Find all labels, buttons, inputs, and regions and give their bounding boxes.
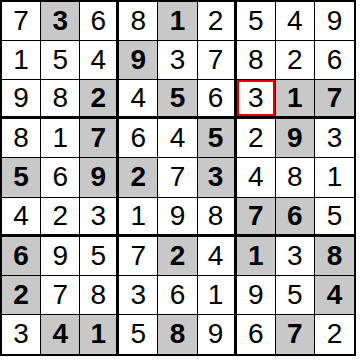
cell-r8c7[interactable]: 9 (237, 276, 276, 315)
cell-r1c9[interactable]: 9 (315, 2, 354, 41)
cell-r4c2[interactable]: 1 (41, 119, 80, 158)
cell-r7c6[interactable]: 4 (198, 237, 237, 276)
cell-r1c2[interactable]: 3 (41, 2, 80, 41)
cell-r7c7[interactable]: 1 (237, 237, 276, 276)
cell-r4c8[interactable]: 9 (276, 119, 315, 158)
cell-r5c3[interactable]: 9 (80, 158, 119, 197)
cell-r6c2[interactable]: 2 (41, 198, 80, 237)
cell-r9c1[interactable]: 3 (2, 315, 41, 354)
cell-r8c9[interactable]: 4 (315, 276, 354, 315)
cell-r6c3[interactable]: 3 (80, 198, 119, 237)
cell-r9c3[interactable]: 1 (80, 315, 119, 354)
cell-r9c2[interactable]: 4 (41, 315, 80, 354)
cell-r6c1[interactable]: 4 (2, 198, 41, 237)
cell-r3c8[interactable]: 1 (276, 80, 315, 119)
cell-r5c4[interactable]: 2 (119, 158, 158, 197)
cell-r6c6[interactable]: 8 (198, 198, 237, 237)
cell-r7c1[interactable]: 6 (2, 237, 41, 276)
cell-r7c3[interactable]: 5 (80, 237, 119, 276)
cell-r8c8[interactable]: 5 (276, 276, 315, 315)
cell-r7c9[interactable]: 8 (315, 237, 354, 276)
cell-r7c4[interactable]: 7 (119, 237, 158, 276)
cell-r9c8[interactable]: 7 (276, 315, 315, 354)
cell-r2c4[interactable]: 9 (119, 41, 158, 80)
cell-r5c9[interactable]: 1 (315, 158, 354, 197)
cell-r2c9[interactable]: 6 (315, 41, 354, 80)
cell-r7c8[interactable]: 3 (276, 237, 315, 276)
sudoku-board: 7368125491549378269824563178176452935692… (0, 0, 356, 356)
cell-r5c8[interactable]: 8 (276, 158, 315, 197)
cell-r5c2[interactable]: 6 (41, 158, 80, 197)
cell-r1c8[interactable]: 4 (276, 2, 315, 41)
cell-r4c9[interactable]: 3 (315, 119, 354, 158)
cell-r9c6[interactable]: 9 (198, 315, 237, 354)
cell-r8c2[interactable]: 7 (41, 276, 80, 315)
cell-r1c6[interactable]: 2 (198, 2, 237, 41)
cell-r2c8[interactable]: 2 (276, 41, 315, 80)
cell-r4c6[interactable]: 5 (198, 119, 237, 158)
cell-r1c1[interactable]: 7 (2, 2, 41, 41)
cell-r7c5[interactable]: 2 (158, 237, 197, 276)
cell-r6c7[interactable]: 7 (237, 198, 276, 237)
cell-r3c6[interactable]: 6 (198, 80, 237, 119)
cell-r5c6[interactable]: 3 (198, 158, 237, 197)
cell-r3c3[interactable]: 2 (80, 80, 119, 119)
cell-r4c7[interactable]: 2 (237, 119, 276, 158)
cell-r2c2[interactable]: 5 (41, 41, 80, 80)
cell-r6c5[interactable]: 9 (158, 198, 197, 237)
cell-r5c7[interactable]: 4 (237, 158, 276, 197)
cell-r1c3[interactable]: 6 (80, 2, 119, 41)
cell-r6c8[interactable]: 6 (276, 198, 315, 237)
cell-r9c7[interactable]: 6 (237, 315, 276, 354)
cell-r6c9[interactable]: 5 (315, 198, 354, 237)
cell-r9c4[interactable]: 5 (119, 315, 158, 354)
cell-r1c7[interactable]: 5 (237, 2, 276, 41)
cell-r8c4[interactable]: 3 (119, 276, 158, 315)
cell-r3c7[interactable]: 3 (237, 80, 276, 119)
cell-r1c5[interactable]: 1 (158, 2, 197, 41)
cell-r4c3[interactable]: 7 (80, 119, 119, 158)
cell-r8c3[interactable]: 8 (80, 276, 119, 315)
cell-r2c6[interactable]: 7 (198, 41, 237, 80)
cell-r5c1[interactable]: 5 (2, 158, 41, 197)
cell-r3c4[interactable]: 4 (119, 80, 158, 119)
cell-r2c1[interactable]: 1 (2, 41, 41, 80)
cell-r9c9[interactable]: 2 (315, 315, 354, 354)
cell-r4c4[interactable]: 6 (119, 119, 158, 158)
cell-r8c1[interactable]: 2 (2, 276, 41, 315)
cell-r2c7[interactable]: 8 (237, 41, 276, 80)
cell-r3c5[interactable]: 5 (158, 80, 197, 119)
cell-r1c4[interactable]: 8 (119, 2, 158, 41)
cell-r8c6[interactable]: 1 (198, 276, 237, 315)
cell-r9c5[interactable]: 8 (158, 315, 197, 354)
cell-r7c2[interactable]: 9 (41, 237, 80, 276)
cell-r2c5[interactable]: 3 (158, 41, 197, 80)
cell-r6c4[interactable]: 1 (119, 198, 158, 237)
cell-r2c3[interactable]: 4 (80, 41, 119, 80)
cell-r3c9[interactable]: 7 (315, 80, 354, 119)
cell-r4c5[interactable]: 4 (158, 119, 197, 158)
cell-r3c2[interactable]: 8 (41, 80, 80, 119)
cell-r3c1[interactable]: 9 (2, 80, 41, 119)
cell-r4c1[interactable]: 8 (2, 119, 41, 158)
cell-r8c5[interactable]: 6 (158, 276, 197, 315)
cell-r5c5[interactable]: 7 (158, 158, 197, 197)
